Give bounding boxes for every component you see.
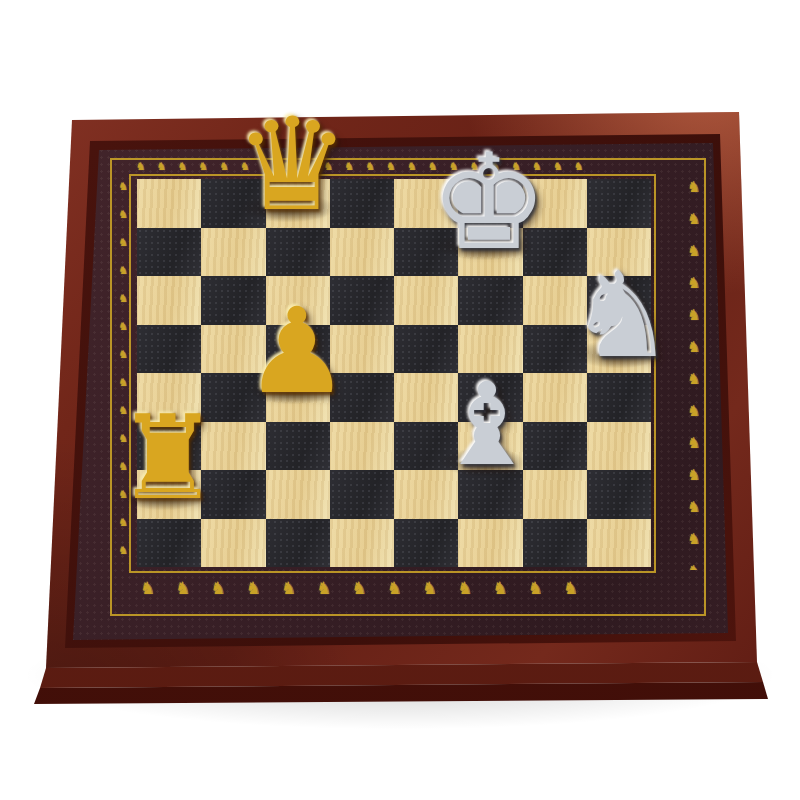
square-h3[interactable] [587,422,651,471]
square-d2[interactable] [330,470,394,519]
square-h1[interactable] [587,519,651,568]
square-f6[interactable] [458,276,522,325]
piece-gold-queen-c8[interactable]: ♛ [235,101,350,229]
piece-silver-king-f7[interactable]: ♚ [430,136,548,268]
square-f1[interactable] [458,519,522,568]
piece-gold-rook-a2[interactable]: ♜ [116,400,220,516]
square-a8[interactable] [137,179,201,228]
square-b1[interactable] [201,519,265,568]
piece-gold-pawn-c4[interactable]: ♟ [244,292,350,410]
square-h8[interactable] [587,179,651,228]
square-e1[interactable] [394,519,458,568]
border-motif-band-bottom: ♞♞♞♞♞♞♞♞♞♞♞♞♞ [140,580,650,610]
piece-silver-bishop-f3[interactable]: ♝ [436,368,538,482]
square-d1[interactable] [330,519,394,568]
square-c1[interactable] [266,519,330,568]
product-photo: ♞♞♞♞♞♞♞♞♞♞♞♞♞♞♞♞♞♞♞♞♞♞ ♞♞♞♞♞♞♞♞♞♞♞♞♞ ♞♞♞… [0,0,800,800]
square-g1[interactable] [523,519,587,568]
square-a5[interactable] [137,325,201,374]
square-c3[interactable] [266,422,330,471]
square-h2[interactable] [587,470,651,519]
square-d3[interactable] [330,422,394,471]
piece-silver-knight-h5[interactable]: ♞ [569,256,675,374]
square-a1[interactable] [137,519,201,568]
square-a6[interactable] [137,276,201,325]
square-e6[interactable] [394,276,458,325]
border-motif-band-top: ♞♞♞♞♞♞♞♞♞♞♞♞♞♞♞♞♞♞♞♞♞♞ [136,161,650,175]
square-a7[interactable] [137,228,201,277]
square-c2[interactable] [266,470,330,519]
